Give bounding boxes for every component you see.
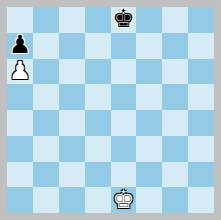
- black-pawn[interactable]: ♟: [9, 32, 31, 57]
- square-h2[interactable]: [188, 162, 214, 188]
- square-a1[interactable]: [7, 187, 33, 213]
- square-a5[interactable]: [7, 84, 33, 110]
- white-pawn[interactable]: ♟: [9, 58, 31, 83]
- square-e6[interactable]: [111, 59, 137, 85]
- square-c3[interactable]: [59, 136, 85, 162]
- square-c7[interactable]: [59, 33, 85, 59]
- square-g3[interactable]: [162, 136, 188, 162]
- square-b1[interactable]: [33, 187, 59, 213]
- square-b2[interactable]: [33, 162, 59, 188]
- square-e5[interactable]: [111, 84, 137, 110]
- square-g7[interactable]: [162, 33, 188, 59]
- chess-app-window: ♚♟♟♚: [0, 0, 221, 220]
- square-b6[interactable]: [33, 59, 59, 85]
- square-g6[interactable]: [162, 59, 188, 85]
- square-c8[interactable]: [59, 7, 85, 33]
- square-c6[interactable]: [59, 59, 85, 85]
- square-h7[interactable]: [188, 33, 214, 59]
- square-h1[interactable]: [188, 187, 214, 213]
- white-king[interactable]: ♚: [112, 187, 134, 212]
- square-g2[interactable]: [162, 162, 188, 188]
- square-e4[interactable]: [111, 110, 137, 136]
- square-g5[interactable]: [162, 84, 188, 110]
- square-c2[interactable]: [59, 162, 85, 188]
- square-h8[interactable]: [188, 7, 214, 33]
- square-b7[interactable]: [33, 33, 59, 59]
- square-e2[interactable]: [111, 162, 137, 188]
- square-a8[interactable]: [7, 7, 33, 33]
- square-h4[interactable]: [188, 110, 214, 136]
- square-d5[interactable]: [85, 84, 111, 110]
- square-d2[interactable]: [85, 162, 111, 188]
- square-f5[interactable]: [136, 84, 162, 110]
- square-g1[interactable]: [162, 187, 188, 213]
- square-h6[interactable]: [188, 59, 214, 85]
- square-d6[interactable]: [85, 59, 111, 85]
- square-d1[interactable]: [85, 187, 111, 213]
- square-h5[interactable]: [188, 84, 214, 110]
- square-f3[interactable]: [136, 136, 162, 162]
- square-d7[interactable]: [85, 33, 111, 59]
- square-b4[interactable]: [33, 110, 59, 136]
- square-b3[interactable]: [33, 136, 59, 162]
- square-b5[interactable]: [33, 84, 59, 110]
- square-e3[interactable]: [111, 136, 137, 162]
- square-f4[interactable]: [136, 110, 162, 136]
- chess-board: ♚♟♟♚: [7, 7, 214, 213]
- square-h3[interactable]: [188, 136, 214, 162]
- square-a4[interactable]: [7, 110, 33, 136]
- square-g4[interactable]: [162, 110, 188, 136]
- square-e8[interactable]: ♚: [111, 7, 137, 33]
- square-a2[interactable]: [7, 162, 33, 188]
- square-f1[interactable]: [136, 187, 162, 213]
- square-a6[interactable]: ♟: [7, 59, 33, 85]
- square-f2[interactable]: [136, 162, 162, 188]
- square-f8[interactable]: [136, 7, 162, 33]
- square-c4[interactable]: [59, 110, 85, 136]
- square-d4[interactable]: [85, 110, 111, 136]
- black-king[interactable]: ♚: [112, 6, 134, 31]
- square-c1[interactable]: [59, 187, 85, 213]
- square-f6[interactable]: [136, 59, 162, 85]
- square-c5[interactable]: [59, 84, 85, 110]
- square-d3[interactable]: [85, 136, 111, 162]
- square-d8[interactable]: [85, 7, 111, 33]
- square-f7[interactable]: [136, 33, 162, 59]
- square-a3[interactable]: [7, 136, 33, 162]
- square-b8[interactable]: [33, 7, 59, 33]
- square-e7[interactable]: [111, 33, 137, 59]
- square-a7[interactable]: ♟: [7, 33, 33, 59]
- square-g8[interactable]: [162, 7, 188, 33]
- square-e1[interactable]: ♚: [111, 187, 137, 213]
